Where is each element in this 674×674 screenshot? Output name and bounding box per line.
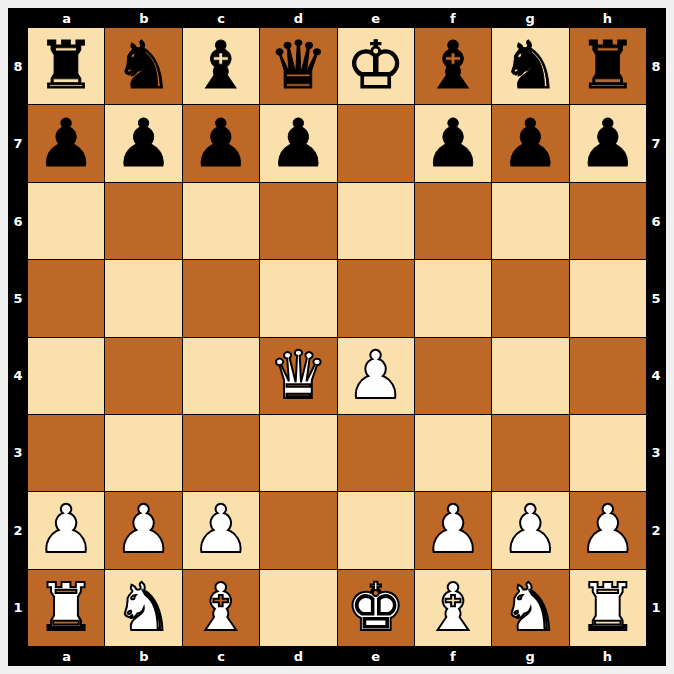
square-d4[interactable]: ♛: [260, 338, 336, 414]
coord-label-rank-4: 4: [646, 337, 666, 414]
coord-label-file-e: e: [337, 646, 414, 666]
coord-label-rank-3: 3: [646, 414, 666, 491]
coord-label-file-b: b: [105, 646, 182, 666]
square-b3[interactable]: [105, 415, 181, 491]
coord-label-rank-6: 6: [8, 183, 28, 260]
square-f7[interactable]: ♟: [415, 105, 491, 181]
square-g5[interactable]: [492, 260, 568, 336]
coord-label-file-f: f: [414, 646, 491, 666]
square-e4[interactable]: ♟: [338, 338, 414, 414]
coord-label-file-f: f: [414, 8, 491, 28]
coord-label-file-c: c: [183, 8, 260, 28]
file-labels-top: abcdefgh: [28, 8, 646, 28]
coord-label-rank-2: 2: [8, 492, 28, 569]
square-c4[interactable]: [183, 338, 259, 414]
square-a5[interactable]: [28, 260, 104, 336]
square-h2[interactable]: ♟: [570, 492, 646, 568]
square-b4[interactable]: [105, 338, 181, 414]
square-e7[interactable]: [338, 105, 414, 181]
coord-label-rank-4: 4: [8, 337, 28, 414]
coord-label-rank-8: 8: [646, 28, 666, 105]
square-h8[interactable]: ♜: [570, 28, 646, 104]
black-knight-g8[interactable]: ♞: [501, 33, 560, 99]
coord-label-rank-3: 3: [8, 414, 28, 491]
square-g8[interactable]: ♞: [492, 28, 568, 104]
white-king-e1[interactable]: ♚: [346, 575, 405, 641]
black-pawn-a7[interactable]: ♟: [37, 111, 96, 177]
square-d1[interactable]: [260, 570, 336, 646]
coord-label-rank-1: 1: [8, 569, 28, 646]
square-b7[interactable]: ♟: [105, 105, 181, 181]
black-rook-a8[interactable]: ♜: [37, 33, 96, 99]
square-h3[interactable]: [570, 415, 646, 491]
square-g3[interactable]: [492, 415, 568, 491]
square-h5[interactable]: [570, 260, 646, 336]
square-g2[interactable]: ♟: [492, 492, 568, 568]
file-labels-bottom: abcdefgh: [28, 646, 646, 666]
black-pawn-b7[interactable]: ♟: [114, 111, 173, 177]
coord-label-file-h: h: [569, 8, 646, 28]
square-c3[interactable]: [183, 415, 259, 491]
square-e3[interactable]: [338, 415, 414, 491]
square-g6[interactable]: [492, 183, 568, 259]
rank-labels-left: 87654321: [8, 28, 28, 646]
white-pawn-a2[interactable]: ♟: [37, 497, 96, 563]
white-knight-b1[interactable]: ♞: [114, 575, 173, 641]
square-h7[interactable]: ♟: [570, 105, 646, 181]
coord-label-file-g: g: [492, 646, 569, 666]
white-pawn-g2[interactable]: ♟: [501, 497, 560, 563]
square-d8[interactable]: ♛: [260, 28, 336, 104]
square-a6[interactable]: [28, 183, 104, 259]
square-f3[interactable]: [415, 415, 491, 491]
black-bishop-c8[interactable]: ♝: [191, 33, 250, 99]
square-b1[interactable]: ♞: [105, 570, 181, 646]
coord-label-rank-5: 5: [646, 260, 666, 337]
coord-label-rank-8: 8: [8, 28, 28, 105]
square-h1[interactable]: ♜: [570, 570, 646, 646]
coord-label-file-d: d: [260, 8, 337, 28]
square-d7[interactable]: ♟: [260, 105, 336, 181]
coord-label-file-e: e: [337, 8, 414, 28]
square-c1[interactable]: ♝: [183, 570, 259, 646]
square-e5[interactable]: [338, 260, 414, 336]
square-a3[interactable]: [28, 415, 104, 491]
black-king-e8[interactable]: ♔: [346, 33, 405, 99]
coord-label-rank-1: 1: [646, 569, 666, 646]
black-pawn-d7[interactable]: ♟: [269, 111, 328, 177]
coord-label-file-a: a: [28, 8, 105, 28]
coord-label-file-b: b: [105, 8, 182, 28]
square-a1[interactable]: ♜: [28, 570, 104, 646]
square-c2[interactable]: ♟: [183, 492, 259, 568]
coord-label-rank-5: 5: [8, 260, 28, 337]
chess-board-frame: abcdefgh 87654321 ♜♞♝♛♔♝♞♜♟♟♟♟♟♟♟♛♟♟♟♟♟♟…: [8, 8, 666, 666]
white-pawn-f2[interactable]: ♟: [423, 497, 482, 563]
coord-label-rank-2: 2: [646, 492, 666, 569]
square-h6[interactable]: [570, 183, 646, 259]
square-f1[interactable]: ♝: [415, 570, 491, 646]
black-rook-h8[interactable]: ♜: [578, 33, 637, 99]
square-c6[interactable]: [183, 183, 259, 259]
square-f4[interactable]: [415, 338, 491, 414]
coord-label-file-d: d: [260, 646, 337, 666]
black-pawn-f7[interactable]: ♟: [423, 111, 482, 177]
square-e2[interactable]: [338, 492, 414, 568]
black-pawn-c7[interactable]: ♟: [191, 111, 250, 177]
square-f6[interactable]: [415, 183, 491, 259]
black-bishop-f8[interactable]: ♝: [423, 33, 482, 99]
square-d3[interactable]: [260, 415, 336, 491]
square-c8[interactable]: ♝: [183, 28, 259, 104]
square-e6[interactable]: [338, 183, 414, 259]
square-f8[interactable]: ♝: [415, 28, 491, 104]
white-rook-a1[interactable]: ♜: [37, 575, 96, 641]
white-pawn-e4[interactable]: ♟: [346, 343, 405, 409]
square-g4[interactable]: [492, 338, 568, 414]
black-pawn-h7[interactable]: ♟: [578, 111, 637, 177]
white-pawn-b2[interactable]: ♟: [114, 497, 173, 563]
square-a2[interactable]: ♟: [28, 492, 104, 568]
white-bishop-c1[interactable]: ♝: [191, 575, 250, 641]
black-queen-d8[interactable]: ♛: [269, 33, 328, 99]
square-d2[interactable]: [260, 492, 336, 568]
chess-board: ♜♞♝♛♔♝♞♜♟♟♟♟♟♟♟♛♟♟♟♟♟♟♟♜♞♝♚♝♞♜: [28, 28, 646, 646]
coord-label-rank-7: 7: [8, 105, 28, 182]
square-d5[interactable]: [260, 260, 336, 336]
square-b5[interactable]: [105, 260, 181, 336]
square-h4[interactable]: [570, 338, 646, 414]
square-g7[interactable]: ♟: [492, 105, 568, 181]
rank-labels-right: 87654321: [646, 28, 666, 646]
square-d6[interactable]: [260, 183, 336, 259]
square-c7[interactable]: ♟: [183, 105, 259, 181]
square-f2[interactable]: ♟: [415, 492, 491, 568]
white-knight-g1[interactable]: ♞: [501, 575, 560, 641]
coord-label-rank-6: 6: [646, 183, 666, 260]
square-g1[interactable]: ♞: [492, 570, 568, 646]
white-pawn-h2[interactable]: ♟: [578, 497, 637, 563]
square-b8[interactable]: ♞: [105, 28, 181, 104]
square-b6[interactable]: [105, 183, 181, 259]
square-e1[interactable]: ♚: [338, 570, 414, 646]
square-a4[interactable]: [28, 338, 104, 414]
square-c5[interactable]: [183, 260, 259, 336]
square-a8[interactable]: ♜: [28, 28, 104, 104]
coord-label-file-g: g: [492, 8, 569, 28]
white-pawn-c2[interactable]: ♟: [191, 497, 250, 563]
coord-label-file-c: c: [183, 646, 260, 666]
white-rook-h1[interactable]: ♜: [578, 575, 637, 641]
white-queen-d4[interactable]: ♛: [269, 343, 328, 409]
white-bishop-f1[interactable]: ♝: [423, 575, 482, 641]
coord-label-rank-7: 7: [646, 105, 666, 182]
coord-label-file-h: h: [569, 646, 646, 666]
square-e8[interactable]: ♔: [338, 28, 414, 104]
square-f5[interactable]: [415, 260, 491, 336]
black-knight-b8[interactable]: ♞: [114, 33, 173, 99]
square-b2[interactable]: ♟: [105, 492, 181, 568]
coord-label-file-a: a: [28, 646, 105, 666]
black-pawn-g7[interactable]: ♟: [501, 111, 560, 177]
square-a7[interactable]: ♟: [28, 105, 104, 181]
